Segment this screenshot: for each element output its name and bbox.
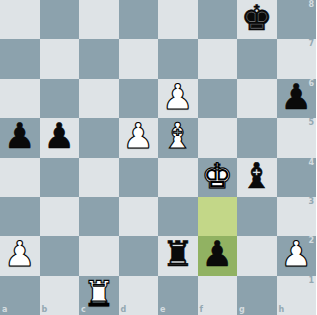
square-h4[interactable]: 4: [277, 158, 317, 197]
square-c6[interactable]: [79, 79, 119, 118]
square-a8[interactable]: [0, 0, 40, 39]
square-c1[interactable]: ♜c: [79, 276, 119, 315]
white-rook[interactable]: ♜: [83, 277, 114, 312]
square-a1[interactable]: a: [0, 276, 40, 315]
square-a4[interactable]: [0, 158, 40, 197]
square-d8[interactable]: [119, 0, 159, 39]
square-d5[interactable]: ♟: [119, 118, 159, 157]
square-b8[interactable]: [40, 0, 80, 39]
square-b4[interactable]: [40, 158, 80, 197]
square-g8[interactable]: ♚: [237, 0, 277, 39]
square-e1[interactable]: e: [158, 276, 198, 315]
square-c8[interactable]: [79, 0, 119, 39]
square-f3[interactable]: [198, 197, 238, 236]
square-f7[interactable]: [198, 39, 238, 78]
square-e5[interactable]: ♝: [158, 118, 198, 157]
white-pawn[interactable]: ♟: [162, 80, 193, 115]
square-b2[interactable]: [40, 236, 80, 275]
square-e7[interactable]: [158, 39, 198, 78]
square-f6[interactable]: [198, 79, 238, 118]
black-pawn[interactable]: ♟: [202, 237, 233, 272]
square-e6[interactable]: ♟: [158, 79, 198, 118]
coord-file-d: d: [121, 306, 127, 314]
coord-rank-7: 7: [308, 40, 314, 48]
square-e8[interactable]: [158, 0, 198, 39]
square-d4[interactable]: [119, 158, 159, 197]
square-f1[interactable]: f: [198, 276, 238, 315]
square-g7[interactable]: [237, 39, 277, 78]
coord-rank-3: 3: [308, 198, 314, 206]
square-g2[interactable]: [237, 236, 277, 275]
square-a7[interactable]: [0, 39, 40, 78]
square-f2[interactable]: ♟: [198, 236, 238, 275]
square-a3[interactable]: [0, 197, 40, 236]
square-b7[interactable]: [40, 39, 80, 78]
square-b1[interactable]: b: [40, 276, 80, 315]
coord-file-f: f: [200, 306, 203, 314]
black-bishop[interactable]: ♝: [241, 159, 272, 194]
square-a2[interactable]: ♟: [0, 236, 40, 275]
square-c4[interactable]: [79, 158, 119, 197]
black-pawn[interactable]: ♟: [281, 80, 312, 115]
square-d7[interactable]: [119, 39, 159, 78]
coord-rank-4: 4: [308, 159, 314, 167]
coord-rank-5: 5: [308, 119, 314, 127]
square-g5[interactable]: [237, 118, 277, 157]
square-h8[interactable]: 8: [277, 0, 317, 39]
square-b5[interactable]: ♟: [40, 118, 80, 157]
square-g6[interactable]: [237, 79, 277, 118]
square-h1[interactable]: 1h: [277, 276, 317, 315]
square-f5[interactable]: [198, 118, 238, 157]
white-king[interactable]: ♚: [202, 159, 233, 194]
square-c7[interactable]: [79, 39, 119, 78]
black-rook[interactable]: ♜: [162, 237, 193, 272]
square-h2[interactable]: ♟2: [277, 236, 317, 275]
square-e2[interactable]: ♜: [158, 236, 198, 275]
square-d3[interactable]: [119, 197, 159, 236]
black-pawn[interactable]: ♟: [44, 119, 75, 154]
square-d6[interactable]: [119, 79, 159, 118]
square-h3[interactable]: 3: [277, 197, 317, 236]
coord-file-h: h: [279, 306, 285, 314]
square-e3[interactable]: [158, 197, 198, 236]
black-king[interactable]: ♚: [241, 1, 272, 36]
white-pawn[interactable]: ♟: [123, 119, 154, 154]
square-c3[interactable]: [79, 197, 119, 236]
coord-file-e: e: [160, 306, 165, 314]
square-d2[interactable]: [119, 236, 159, 275]
coord-rank-1: 1: [308, 277, 314, 285]
white-bishop[interactable]: ♝: [162, 119, 193, 154]
square-f8[interactable]: [198, 0, 238, 39]
square-g4[interactable]: ♝: [237, 158, 277, 197]
square-h5[interactable]: 5: [277, 118, 317, 157]
chess-board: ♚87♟♟6♟♟♟♝5♚♝43♟♜♟♟2ab♜cdefg1h: [0, 0, 316, 315]
square-d1[interactable]: d: [119, 276, 159, 315]
square-h6[interactable]: ♟6: [277, 79, 317, 118]
coord-file-g: g: [239, 306, 245, 314]
black-pawn[interactable]: ♟: [4, 119, 35, 154]
square-c5[interactable]: [79, 118, 119, 157]
coord-rank-8: 8: [308, 1, 314, 9]
square-g3[interactable]: [237, 197, 277, 236]
square-a5[interactable]: ♟: [0, 118, 40, 157]
coord-file-b: b: [42, 306, 48, 314]
square-h7[interactable]: 7: [277, 39, 317, 78]
square-b3[interactable]: [40, 197, 80, 236]
square-g1[interactable]: g: [237, 276, 277, 315]
square-a6[interactable]: [0, 79, 40, 118]
square-b6[interactable]: [40, 79, 80, 118]
square-e4[interactable]: [158, 158, 198, 197]
square-f4[interactable]: ♚: [198, 158, 238, 197]
coord-file-a: a: [2, 306, 7, 314]
white-pawn[interactable]: ♟: [4, 237, 35, 272]
square-c2[interactable]: [79, 236, 119, 275]
white-pawn[interactable]: ♟: [281, 237, 312, 272]
